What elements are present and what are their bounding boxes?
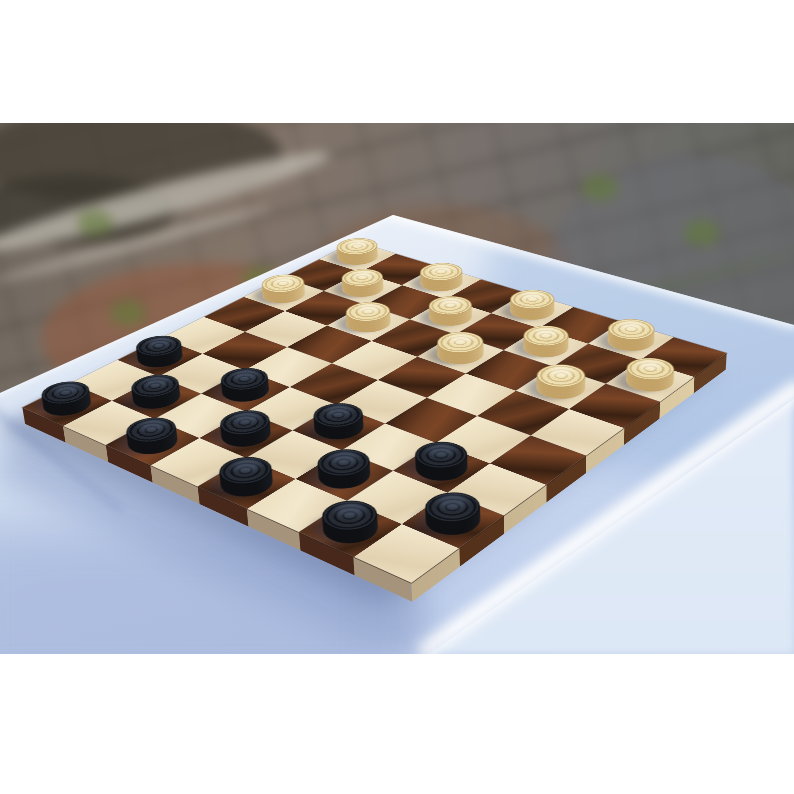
weed-tuft — [582, 175, 618, 201]
checker-white — [338, 309, 399, 336]
top-white-band — [0, 0, 794, 123]
screenshot — [0, 0, 794, 794]
weed-tuft — [77, 210, 113, 236]
checker-white — [429, 339, 493, 368]
bottom-white-band — [0, 654, 794, 794]
checker-white — [254, 282, 313, 307]
checker-white — [528, 372, 594, 403]
weed-tuft — [110, 300, 146, 326]
checker-black — [34, 388, 101, 420]
product-photo — [0, 123, 794, 654]
weed-tuft — [684, 220, 720, 246]
